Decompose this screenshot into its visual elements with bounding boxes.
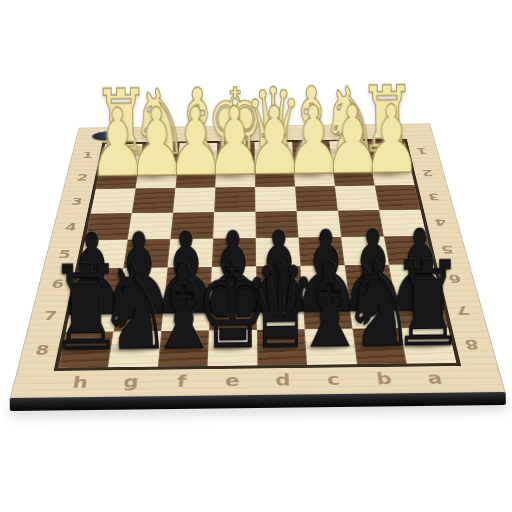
photo-stage: 12345678 12345678 hgfedcba hgfedcba ♜♞♝♚… bbox=[0, 0, 512, 512]
pieces-layer: ♜♞♝♚♛♝♞♜♟♟♟♟♟♟♟♟♟♟♟♟♟♟♟♟♜♞♝♚♛♝♞♜ bbox=[0, 0, 512, 512]
chess-scene: 12345678 12345678 hgfedcba hgfedcba ♜♞♝♚… bbox=[0, 0, 512, 512]
piece-black-rook-a8[interactable]: ♜ bbox=[390, 245, 465, 363]
piece-white-pawn-a2[interactable]: ♟ bbox=[362, 93, 422, 188]
